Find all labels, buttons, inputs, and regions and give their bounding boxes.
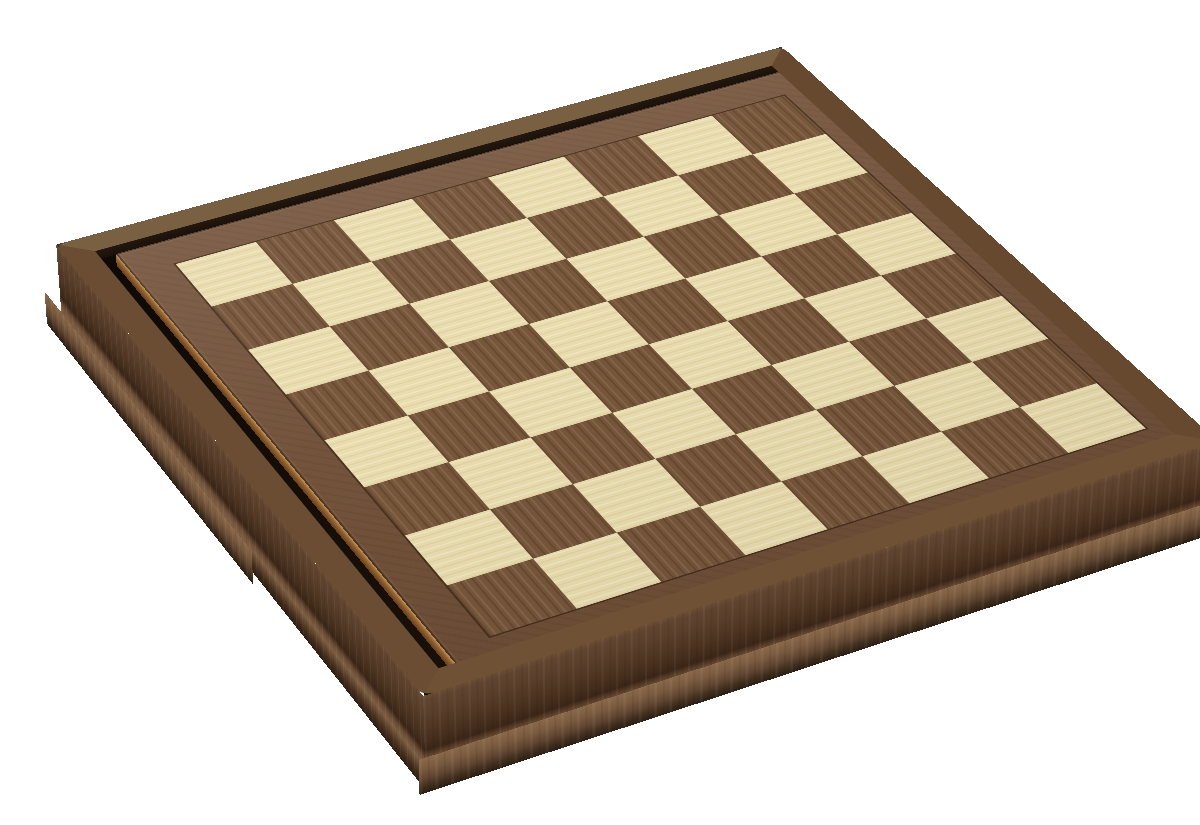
product-photo-scene (0, 0, 1200, 825)
box-rim (56, 47, 1200, 696)
